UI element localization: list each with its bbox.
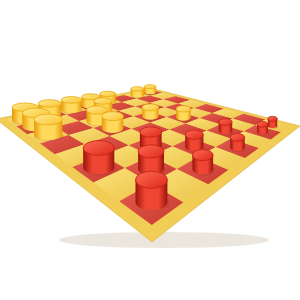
checker-piece-red <box>192 150 214 176</box>
checker-piece-yellow <box>131 87 146 99</box>
piece-top <box>100 91 116 96</box>
piece-top <box>192 150 213 161</box>
piece-top <box>230 134 245 142</box>
piece-top <box>268 116 277 121</box>
piece-top <box>38 100 61 107</box>
checker-piece-red <box>268 116 279 129</box>
checker-piece-red <box>185 130 205 152</box>
piece-top <box>144 85 156 89</box>
piece-top <box>142 104 159 111</box>
piece-top <box>102 112 124 121</box>
piece-top <box>136 171 168 188</box>
checker-piece-yellow <box>102 112 125 134</box>
checker-piece-red <box>83 141 116 176</box>
checker-piece-yellow <box>144 85 158 96</box>
checker-piece-yellow <box>176 106 192 122</box>
piece-top <box>140 127 162 137</box>
piece-top <box>131 87 144 91</box>
ground-shadow <box>59 232 269 248</box>
piece-top <box>94 98 112 105</box>
piece-top <box>219 119 232 126</box>
checker-piece-red <box>230 134 246 153</box>
piece-top <box>138 145 164 158</box>
checker-piece-red <box>257 121 269 135</box>
piece-top <box>61 97 81 104</box>
checker-piece-red <box>219 119 234 136</box>
checker-piece-yellow <box>34 114 64 141</box>
piece-top <box>257 121 268 127</box>
checker-piece-yellow <box>142 104 160 121</box>
piece-top <box>83 141 114 156</box>
piece-top <box>34 114 62 125</box>
giant-checkers-board <box>0 0 300 300</box>
piece-top <box>185 130 203 139</box>
checker-piece-yellow <box>61 97 83 114</box>
piece-top <box>176 106 190 112</box>
checker-piece-red <box>136 171 170 210</box>
product-photo <box>0 0 300 300</box>
